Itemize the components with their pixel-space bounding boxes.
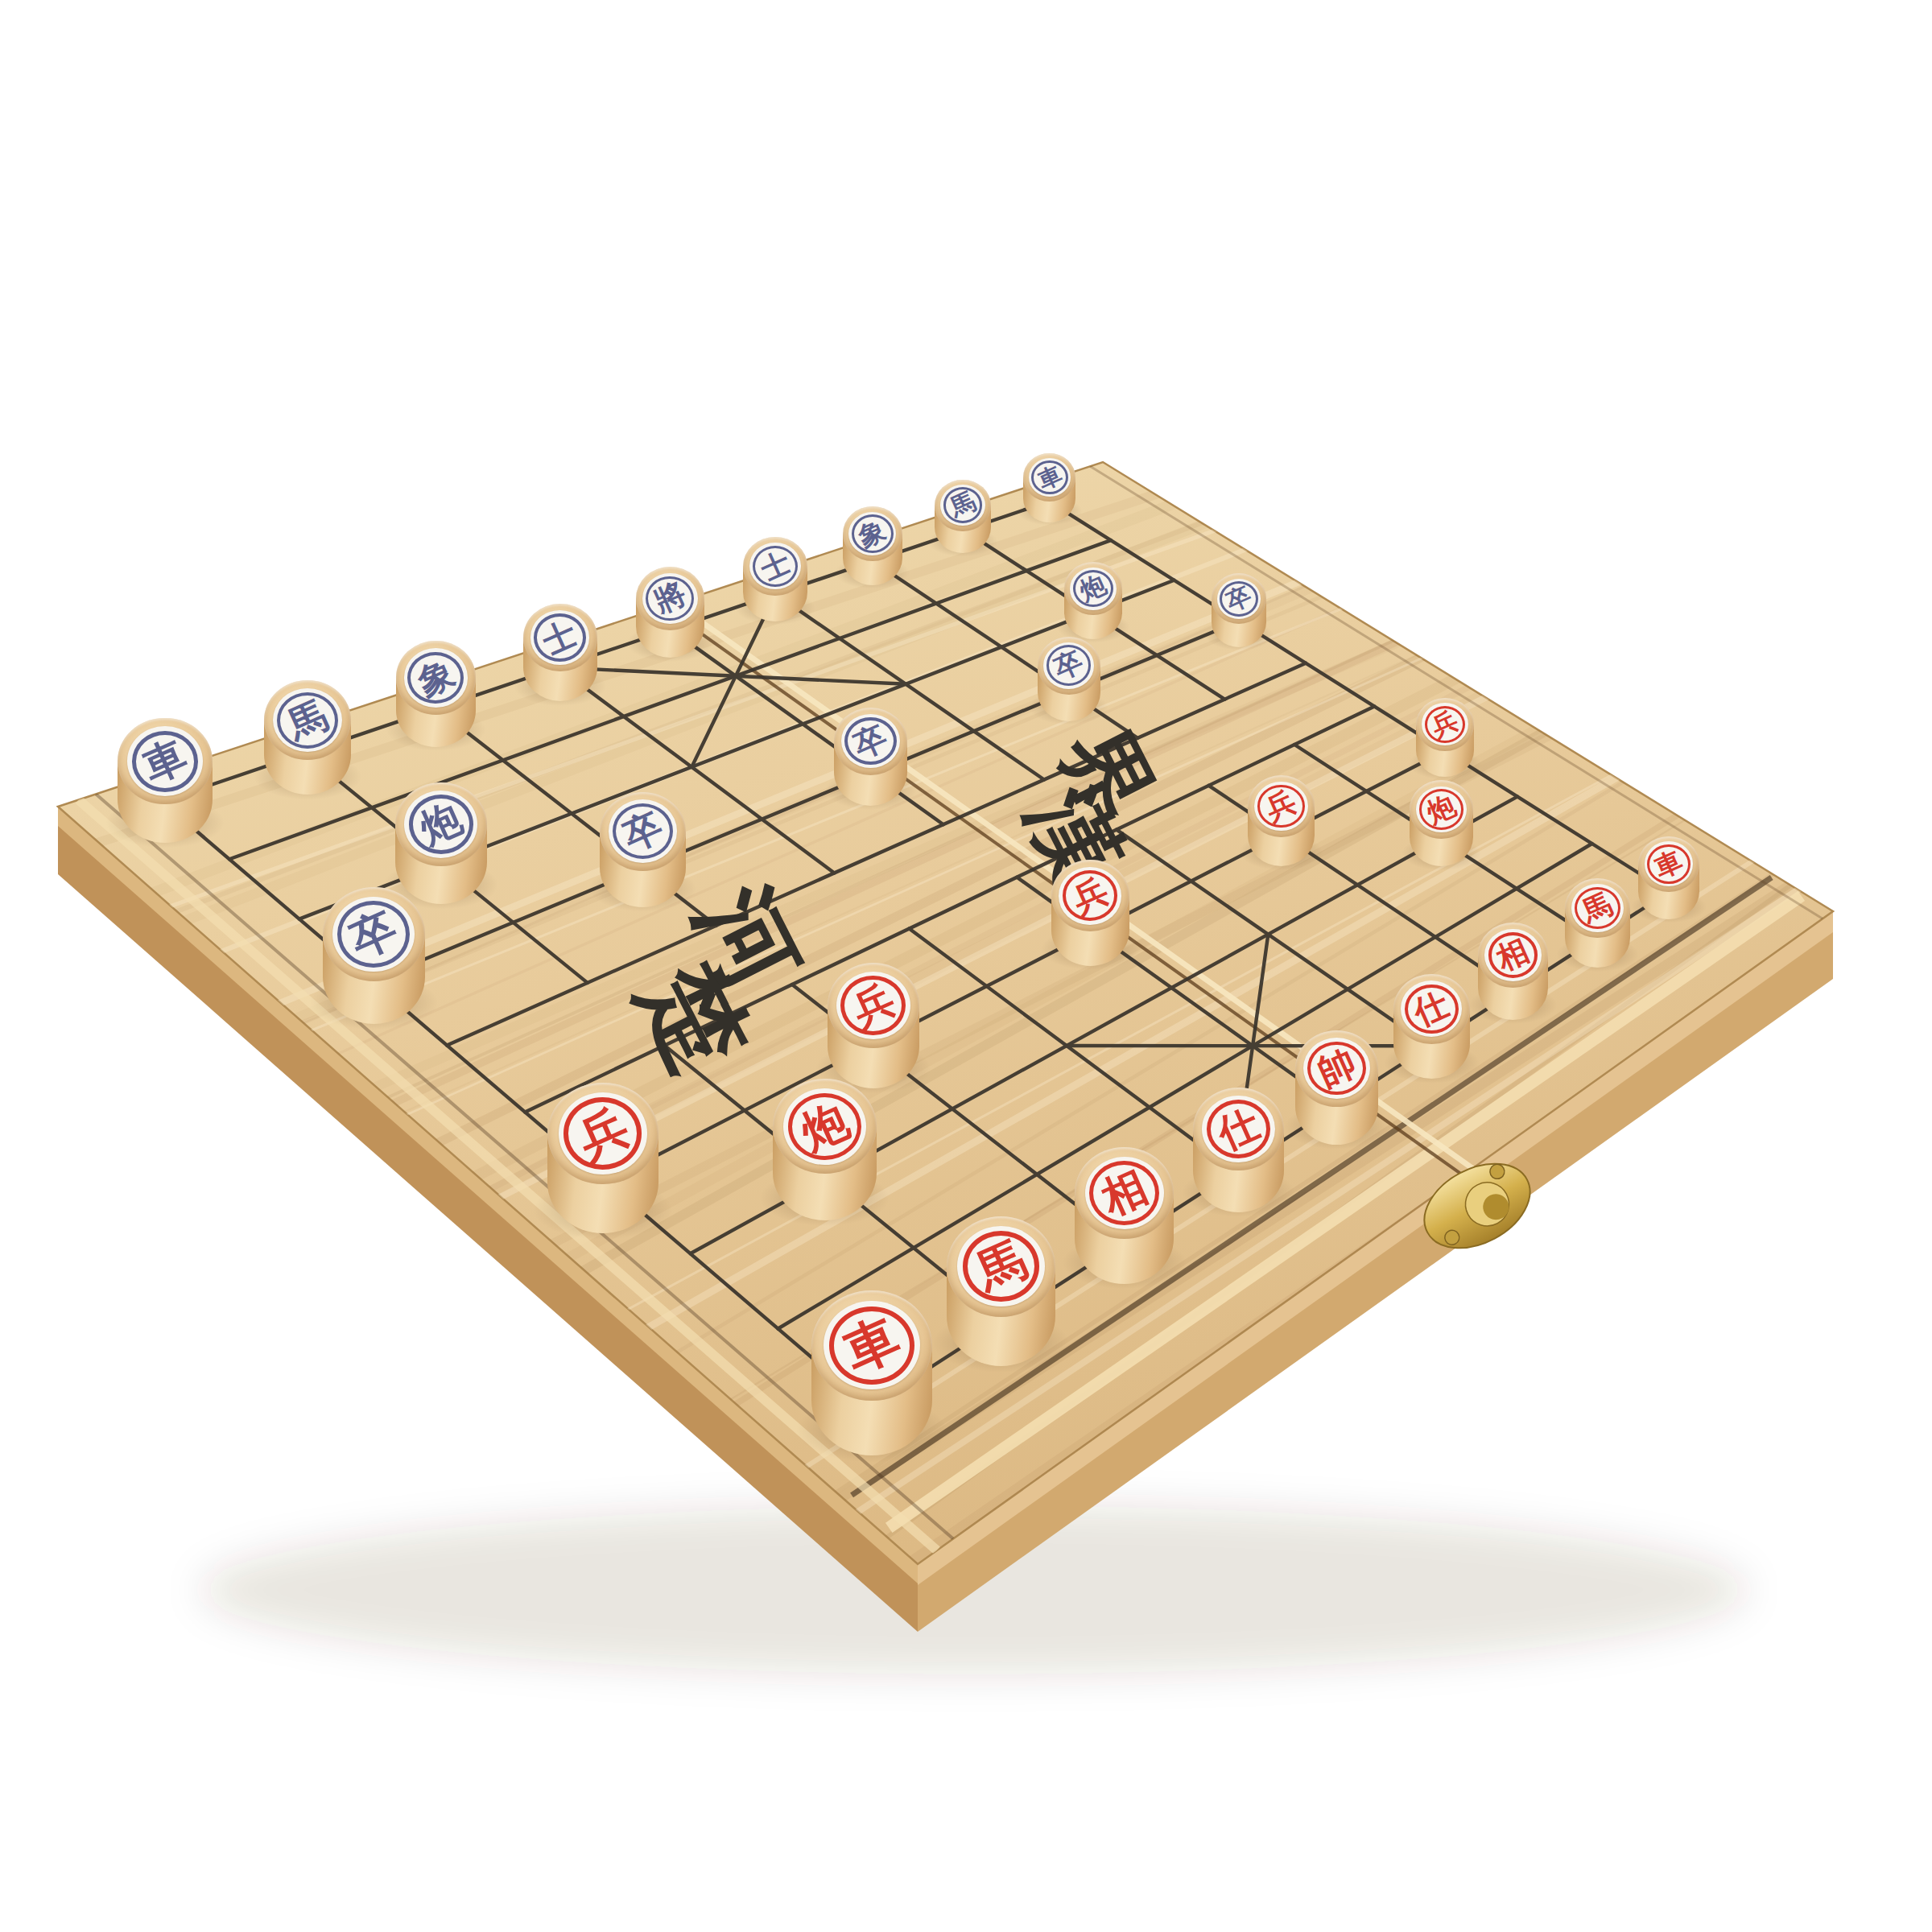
piece-red-soldier[interactable]: 兵 bbox=[1051, 860, 1129, 968]
piece-glyph: 士 bbox=[757, 547, 794, 584]
piece-red-advisor[interactable]: 仕 bbox=[1393, 974, 1470, 1081]
piece-blue-cannon[interactable]: 炮 bbox=[1064, 562, 1122, 640]
piece-ink-ring: 馬 bbox=[963, 1231, 1039, 1302]
piece-glyph: 車 bbox=[138, 733, 192, 788]
piece-top-face: 炮 bbox=[773, 1079, 877, 1174]
piece-label-face: 兵 bbox=[559, 1092, 647, 1174]
piece-ink-ring: 炮 bbox=[1073, 570, 1114, 608]
piece-ink-ring: 仕 bbox=[1405, 985, 1459, 1034]
piece-red-soldier[interactable]: 兵 bbox=[1248, 775, 1315, 867]
piece-glyph: 馬 bbox=[947, 489, 979, 522]
piece-label-face: 卒 bbox=[1217, 579, 1261, 619]
piece-label-face: 卒 bbox=[332, 897, 415, 972]
piece-top-face: 兵 bbox=[1051, 860, 1129, 931]
piece-ink-ring: 兵 bbox=[1063, 870, 1117, 921]
piece-glyph: 車 bbox=[836, 1311, 906, 1381]
piece-ink-ring: 炮 bbox=[409, 795, 473, 853]
piece-blue-soldier[interactable]: 卒 bbox=[323, 887, 425, 1026]
piece-glyph: 炮 bbox=[795, 1096, 855, 1157]
piece-top-face: 兵 bbox=[1248, 775, 1315, 837]
piece-ink-ring: 卒 bbox=[1220, 581, 1258, 617]
piece-glyph: 炮 bbox=[1423, 791, 1460, 828]
piece-red-cannon[interactable]: 炮 bbox=[1410, 780, 1473, 868]
piece-glyph: 仕 bbox=[1212, 1103, 1265, 1155]
piece-label-face: 帥 bbox=[1303, 1038, 1370, 1099]
piece-label-face: 車 bbox=[1645, 841, 1693, 886]
piece-red-horse[interactable]: 馬 bbox=[1565, 878, 1630, 969]
piece-ink-ring: 象 bbox=[407, 652, 464, 704]
piece-ink-ring: 車 bbox=[132, 731, 199, 792]
piece-ink-ring: 兵 bbox=[563, 1097, 642, 1169]
piece-top-face: 車 bbox=[1023, 453, 1075, 502]
piece-glyph: 車 bbox=[1651, 846, 1686, 881]
piece-label-face: 卒 bbox=[1043, 642, 1094, 689]
piece-top-face: 炮 bbox=[1064, 562, 1122, 615]
piece-label-face: 車 bbox=[1029, 458, 1071, 497]
piece-ink-ring: 卒 bbox=[844, 717, 896, 765]
piece-glyph: 卒 bbox=[849, 720, 892, 762]
piece-ink-ring: 相 bbox=[1089, 1161, 1159, 1225]
piece-label-face: 仕 bbox=[1401, 980, 1462, 1037]
piece-glyph: 馬 bbox=[969, 1235, 1033, 1298]
piece-glyph: 相 bbox=[1096, 1164, 1154, 1222]
piece-label-face: 卒 bbox=[841, 714, 900, 768]
piece-label-face: 仕 bbox=[1202, 1096, 1274, 1162]
piece-label-face: 炮 bbox=[783, 1088, 866, 1165]
piece-label-face: 士 bbox=[749, 543, 801, 590]
piece-glyph: 炮 bbox=[1076, 572, 1110, 605]
piece-ink-ring: 卒 bbox=[1046, 645, 1091, 686]
piece-ink-ring: 士 bbox=[534, 613, 586, 662]
piece-ink-ring: 兵 bbox=[1425, 706, 1466, 744]
piece-ink-ring: 兵 bbox=[840, 976, 906, 1035]
piece-label-face: 炮 bbox=[1070, 568, 1117, 610]
piece-ink-ring: 卒 bbox=[337, 901, 410, 967]
piece-ink-ring: 馬 bbox=[277, 692, 338, 749]
piece-label-face: 兵 bbox=[1254, 782, 1308, 831]
piece-red-soldier[interactable]: 兵 bbox=[1416, 698, 1474, 778]
piece-top-face: 象 bbox=[843, 506, 902, 561]
piece-label-face: 車 bbox=[127, 726, 203, 795]
piece-top-face: 車 bbox=[1638, 836, 1699, 893]
piece-blue-soldier[interactable]: 卒 bbox=[1038, 637, 1101, 723]
piece-red-soldier[interactable]: 兵 bbox=[547, 1083, 658, 1236]
piece-label-face: 相 bbox=[1085, 1157, 1165, 1230]
piece-blue-soldier[interactable]: 卒 bbox=[834, 708, 907, 807]
piece-blue-advisor[interactable]: 士 bbox=[523, 604, 597, 703]
piece-glyph: 卒 bbox=[617, 807, 667, 857]
piece-top-face: 相 bbox=[1075, 1147, 1174, 1238]
piece-red-soldier[interactable]: 兵 bbox=[828, 963, 920, 1090]
piece-glyph: 帥 bbox=[1313, 1044, 1361, 1092]
piece-top-face: 馬 bbox=[947, 1216, 1056, 1317]
piece-top-face: 車 bbox=[811, 1290, 932, 1402]
piece-top-face: 帥 bbox=[1295, 1030, 1378, 1107]
piece-label-face: 象 bbox=[848, 512, 896, 556]
piece-blue-horse[interactable]: 馬 bbox=[935, 480, 990, 555]
piece-label-face: 馬 bbox=[957, 1226, 1044, 1307]
piece-glyph: 相 bbox=[1492, 935, 1534, 976]
piece-top-face: 兵 bbox=[547, 1083, 658, 1185]
piece-red-chariot[interactable]: 車 bbox=[811, 1290, 932, 1459]
piece-top-face: 士 bbox=[743, 537, 807, 596]
piece-top-face: 卒 bbox=[834, 708, 907, 775]
piece-ink-ring: 仕 bbox=[1207, 1100, 1270, 1158]
piece-top-face: 卒 bbox=[323, 887, 425, 981]
piece-top-face: 炮 bbox=[1410, 780, 1473, 838]
piece-blue-chariot[interactable]: 車 bbox=[1023, 453, 1075, 523]
piece-glyph: 象 bbox=[855, 517, 890, 551]
piece-ink-ring: 馬 bbox=[943, 487, 983, 523]
piece-label-face: 馬 bbox=[1571, 884, 1624, 932]
piece-ink-ring: 兵 bbox=[1257, 785, 1305, 828]
piece-glyph: 兵 bbox=[571, 1101, 635, 1166]
piece-glyph: 馬 bbox=[283, 695, 333, 745]
piece-top-face: 相 bbox=[1478, 923, 1549, 988]
piece-glyph: 馬 bbox=[1579, 889, 1616, 927]
piece-red-chariot[interactable]: 車 bbox=[1638, 836, 1699, 921]
piece-ink-ring: 士 bbox=[753, 546, 798, 587]
piece-label-face: 兵 bbox=[1059, 867, 1121, 924]
piece-glyph: 仕 bbox=[1410, 987, 1454, 1031]
piece-label-face: 兵 bbox=[1422, 703, 1468, 745]
piece-blue-general[interactable]: 將 bbox=[636, 567, 704, 659]
piece-blue-horse[interactable]: 馬 bbox=[264, 680, 351, 797]
piece-glyph: 將 bbox=[650, 578, 691, 618]
piece-top-face: 兵 bbox=[828, 963, 920, 1048]
piece-blue-elephant[interactable]: 象 bbox=[843, 506, 902, 586]
piece-ink-ring: 卒 bbox=[613, 803, 673, 859]
piece-label-face: 馬 bbox=[940, 485, 985, 526]
piece-label-face: 車 bbox=[824, 1301, 920, 1389]
piece-blue-advisor[interactable]: 士 bbox=[743, 537, 807, 623]
piece-glyph: 兵 bbox=[846, 978, 900, 1032]
piece-top-face: 馬 bbox=[264, 680, 351, 760]
piece-ink-ring: 將 bbox=[646, 576, 694, 621]
piece-top-face: 車 bbox=[118, 718, 212, 805]
piece-ink-ring: 炮 bbox=[1419, 789, 1463, 830]
piece-glyph: 兵 bbox=[1067, 873, 1113, 919]
piece-red-advisor[interactable]: 仕 bbox=[1193, 1088, 1284, 1214]
piece-glyph: 士 bbox=[539, 616, 581, 658]
piece-glyph: 兵 bbox=[1262, 786, 1301, 825]
piece-ink-ring: 相 bbox=[1488, 932, 1538, 978]
piece-label-face: 士 bbox=[530, 610, 590, 665]
piece-glyph: 卒 bbox=[1223, 583, 1255, 615]
piece-ink-ring: 車 bbox=[1031, 460, 1068, 494]
piece-label-face: 兵 bbox=[836, 972, 910, 1040]
piece-top-face: 卒 bbox=[1038, 637, 1101, 695]
piece-blue-elephant[interactable]: 象 bbox=[396, 641, 477, 748]
piece-glyph: 象 bbox=[413, 654, 460, 701]
piece-label-face: 炮 bbox=[404, 791, 477, 858]
piece-ink-ring: 車 bbox=[1647, 844, 1690, 884]
piece-label-face: 象 bbox=[404, 648, 469, 707]
piece-top-face: 象 bbox=[396, 641, 477, 715]
piece-ink-ring: 象 bbox=[852, 514, 894, 553]
piece-red-cannon[interactable]: 炮 bbox=[773, 1079, 877, 1222]
piece-red-horse[interactable]: 馬 bbox=[947, 1216, 1056, 1368]
piece-top-face: 兵 bbox=[1416, 698, 1474, 751]
piece-top-face: 仕 bbox=[1393, 974, 1470, 1045]
piece-glyph: 卒 bbox=[344, 905, 403, 964]
piece-glyph: 卒 bbox=[1051, 647, 1088, 684]
piece-red-general[interactable]: 帥 bbox=[1295, 1030, 1378, 1146]
piece-top-face: 炮 bbox=[395, 782, 487, 866]
piece-glyph: 車 bbox=[1034, 462, 1065, 493]
piece-blue-soldier[interactable]: 卒 bbox=[600, 792, 686, 909]
piece-top-face: 仕 bbox=[1193, 1088, 1284, 1171]
piece-ink-ring: 馬 bbox=[1575, 887, 1620, 930]
piece-ink-ring: 炮 bbox=[788, 1093, 861, 1160]
piece-ink-ring: 帥 bbox=[1307, 1042, 1366, 1096]
piece-label-face: 將 bbox=[642, 573, 697, 624]
piece-glyph: 兵 bbox=[1428, 708, 1462, 741]
piece-red-elephant[interactable]: 相 bbox=[1075, 1147, 1174, 1286]
piece-label-face: 相 bbox=[1484, 929, 1541, 981]
board-graphic: 楚河漢界 bbox=[0, 0, 1932, 1932]
piece-blue-chariot[interactable]: 車 bbox=[118, 718, 212, 844]
piece-ink-ring: 車 bbox=[829, 1307, 914, 1385]
piece-red-elephant[interactable]: 相 bbox=[1478, 923, 1549, 1021]
piece-top-face: 將 bbox=[636, 567, 704, 630]
piece-label-face: 卒 bbox=[609, 799, 678, 863]
piece-blue-soldier[interactable]: 卒 bbox=[1212, 573, 1267, 648]
piece-label-face: 馬 bbox=[273, 688, 342, 752]
piece-top-face: 馬 bbox=[935, 480, 990, 531]
xiangqi-photo-scene: 楚河漢界 車馬象士將士象馬車炮炮卒卒卒卒卒兵兵兵兵兵炮炮車馬相仕帥仕相馬車 bbox=[0, 0, 1932, 1932]
piece-top-face: 士 bbox=[523, 604, 597, 672]
piece-top-face: 馬 bbox=[1565, 878, 1630, 939]
piece-top-face: 卒 bbox=[600, 792, 686, 871]
piece-glyph: 炮 bbox=[415, 798, 468, 851]
piece-label-face: 炮 bbox=[1416, 786, 1467, 833]
